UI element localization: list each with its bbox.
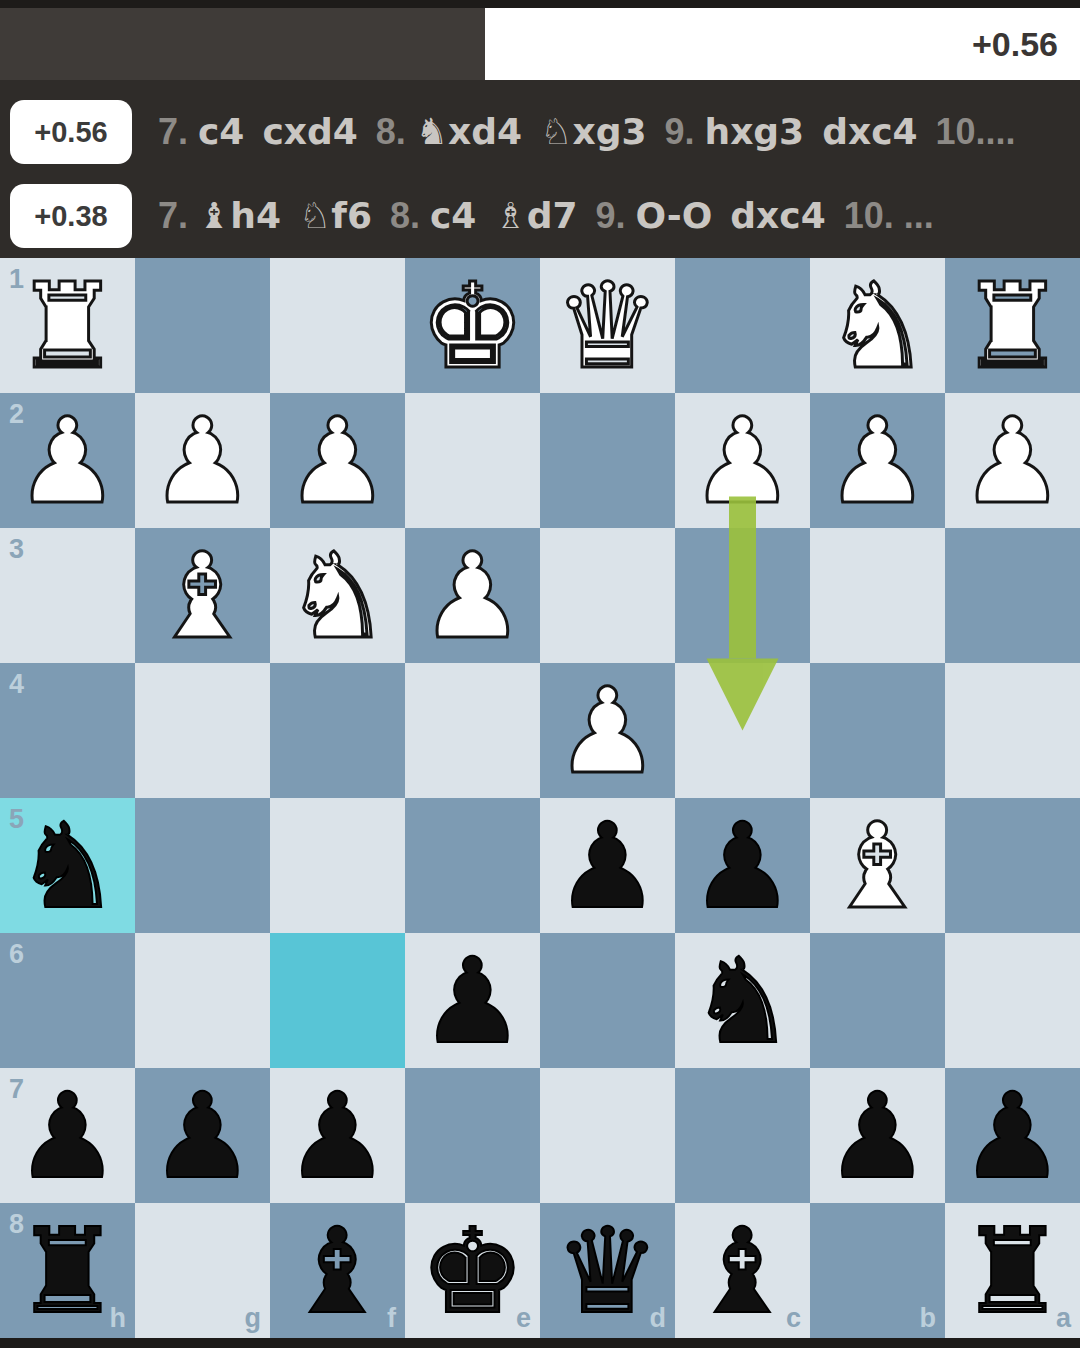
square-e4[interactable] — [405, 663, 540, 798]
white-pawn: ♟ — [945, 393, 1080, 528]
pv-move: c4 — [430, 195, 476, 236]
rank-label-4: 4 — [9, 671, 24, 698]
white-pawn: ♟ — [135, 393, 270, 528]
white-rook: ♜ — [945, 258, 1080, 393]
square-f8[interactable]: f♝ — [270, 1203, 405, 1338]
square-f1[interactable] — [270, 258, 405, 393]
white-pawn: ♟ — [540, 663, 675, 798]
pv-move: O-O — [636, 195, 713, 236]
square-b2[interactable]: ♟ — [810, 393, 945, 528]
square-a1[interactable]: ♜ — [945, 258, 1080, 393]
square-d2[interactable] — [540, 393, 675, 528]
eval-value: +0.56 — [972, 25, 1058, 64]
square-f3[interactable]: ♞ — [270, 528, 405, 663]
analysis-lines: +0.567.c4cxd48.♞xd4♘xg39.hxg3dxc410....+… — [10, 90, 1080, 258]
pv-move: dxc4 — [822, 111, 917, 152]
move-number: 8. — [376, 111, 406, 152]
square-h5[interactable]: 5♞ — [0, 798, 135, 933]
black-pawn: ♟ — [135, 1068, 270, 1203]
move-number: 8. — [390, 195, 420, 236]
square-h8[interactable]: 8h♜ — [0, 1203, 135, 1338]
square-b8[interactable]: b — [810, 1203, 945, 1338]
square-g1[interactable] — [135, 258, 270, 393]
square-c6[interactable]: ♞ — [675, 933, 810, 1068]
square-c3[interactable] — [675, 528, 810, 663]
eval-bar-white-section: +0.56 — [485, 8, 1080, 80]
square-b7[interactable]: ♟ — [810, 1068, 945, 1203]
square-f4[interactable] — [270, 663, 405, 798]
black-queen: ♛ — [540, 1203, 675, 1338]
white-knight: ♞ — [270, 528, 405, 663]
pv-moves: 7.♝h4♘f68.c4♗d79.O-Odxc410. ... — [158, 195, 944, 237]
square-c4[interactable] — [675, 663, 810, 798]
square-e2[interactable] — [405, 393, 540, 528]
black-pawn: ♟ — [540, 798, 675, 933]
black-rook: ♜ — [0, 1203, 135, 1338]
black-bishop: ♝ — [675, 1203, 810, 1338]
rank-label-6: 6 — [9, 941, 24, 968]
square-h4[interactable]: 4 — [0, 663, 135, 798]
square-g2[interactable]: ♟ — [135, 393, 270, 528]
square-c1[interactable] — [675, 258, 810, 393]
black-pawn: ♟ — [270, 1068, 405, 1203]
chess-board: 1♜♚♛♞♜2♟♟♟♟♟♟3♝♞♟4♟5♞♟♟♝6♟♞7♟♟♟♟♟8h♜gf♝e… — [0, 258, 1080, 1338]
pv-move: c4 — [198, 111, 244, 152]
white-pawn: ♟ — [0, 393, 135, 528]
move-number: 7. — [158, 111, 188, 152]
square-h1[interactable]: 1♜ — [0, 258, 135, 393]
file-label-b: b — [920, 1305, 937, 1332]
white-bishop: ♝ — [810, 798, 945, 933]
square-f7[interactable]: ♟ — [270, 1068, 405, 1203]
move-number: 9. — [595, 195, 625, 236]
white-pawn: ♟ — [270, 393, 405, 528]
square-b5[interactable]: ♝ — [810, 798, 945, 933]
pv-move: ♝h4 — [198, 195, 281, 236]
square-h7[interactable]: 7♟ — [0, 1068, 135, 1203]
pv-move: ♘xg3 — [540, 111, 646, 152]
square-d6[interactable] — [540, 933, 675, 1068]
square-c8[interactable]: c♝ — [675, 1203, 810, 1338]
white-knight: ♞ — [810, 258, 945, 393]
black-pawn: ♟ — [810, 1068, 945, 1203]
black-pawn: ♟ — [405, 933, 540, 1068]
top-strip — [0, 0, 1080, 8]
square-e6[interactable]: ♟ — [405, 933, 540, 1068]
white-queen: ♛ — [540, 258, 675, 393]
pv-moves: 7.c4cxd48.♞xd4♘xg39.hxg3dxc410.... — [158, 111, 1026, 153]
eval-badge: +0.38 — [10, 184, 132, 248]
square-h3[interactable]: 3 — [0, 528, 135, 663]
pv-move: cxd4 — [262, 111, 357, 152]
square-g4[interactable] — [135, 663, 270, 798]
white-pawn: ♟ — [675, 393, 810, 528]
square-c5[interactable]: ♟ — [675, 798, 810, 933]
square-d1[interactable]: ♛ — [540, 258, 675, 393]
analysis-line-2[interactable]: +0.387.♝h4♘f68.c4♗d79.O-Odxc410. ... — [10, 174, 1080, 258]
black-rook: ♜ — [945, 1203, 1080, 1338]
square-d4[interactable]: ♟ — [540, 663, 675, 798]
black-bishop: ♝ — [270, 1203, 405, 1338]
square-a6[interactable] — [945, 933, 1080, 1068]
square-b6[interactable] — [810, 933, 945, 1068]
square-d7[interactable] — [540, 1068, 675, 1203]
square-b1[interactable]: ♞ — [810, 258, 945, 393]
square-f5[interactable] — [270, 798, 405, 933]
pv-move: hxg3 — [705, 111, 805, 152]
black-pawn: ♟ — [945, 1068, 1080, 1203]
square-g3[interactable]: ♝ — [135, 528, 270, 663]
square-a2[interactable]: ♟ — [945, 393, 1080, 528]
black-knight: ♞ — [0, 798, 135, 933]
move-number: 10.... — [936, 111, 1016, 152]
bottom-strip — [0, 1338, 1080, 1348]
square-c7[interactable] — [675, 1068, 810, 1203]
square-a5[interactable] — [945, 798, 1080, 933]
white-bishop: ♝ — [135, 528, 270, 663]
square-e7[interactable] — [405, 1068, 540, 1203]
white-rook: ♜ — [0, 258, 135, 393]
pv-move: ♗d7 — [494, 195, 577, 236]
move-number: 10. ... — [844, 195, 934, 236]
analysis-line-1[interactable]: +0.567.c4cxd48.♞xd4♘xg39.hxg3dxc410.... — [10, 90, 1080, 174]
eval-badge: +0.56 — [10, 100, 132, 164]
square-g8[interactable]: g — [135, 1203, 270, 1338]
move-number: 7. — [158, 195, 188, 236]
square-f6[interactable] — [270, 933, 405, 1068]
black-pawn: ♟ — [675, 798, 810, 933]
square-d3[interactable] — [540, 528, 675, 663]
square-b3[interactable] — [810, 528, 945, 663]
rank-label-3: 3 — [9, 536, 24, 563]
file-label-g: g — [245, 1305, 262, 1332]
black-king: ♚ — [405, 1203, 540, 1338]
square-a8[interactable]: a♜ — [945, 1203, 1080, 1338]
square-g7[interactable]: ♟ — [135, 1068, 270, 1203]
square-b4[interactable] — [810, 663, 945, 798]
white-pawn: ♟ — [810, 393, 945, 528]
move-number: 9. — [664, 111, 694, 152]
eval-bar: +0.56 — [0, 8, 1080, 80]
square-e8[interactable]: e♚ — [405, 1203, 540, 1338]
square-a7[interactable]: ♟ — [945, 1068, 1080, 1203]
square-a4[interactable] — [945, 663, 1080, 798]
pv-move: ♞xd4 — [416, 111, 522, 152]
square-d5[interactable]: ♟ — [540, 798, 675, 933]
square-g6[interactable] — [135, 933, 270, 1068]
pv-move: dxc4 — [730, 195, 825, 236]
square-c2[interactable]: ♟ — [675, 393, 810, 528]
square-g5[interactable] — [135, 798, 270, 933]
square-d8[interactable]: d♛ — [540, 1203, 675, 1338]
black-knight: ♞ — [675, 933, 810, 1068]
black-pawn: ♟ — [0, 1068, 135, 1203]
square-h6[interactable]: 6 — [0, 933, 135, 1068]
square-a3[interactable] — [945, 528, 1080, 663]
square-h2[interactable]: 2♟ — [0, 393, 135, 528]
pv-move: ♘f6 — [299, 195, 372, 236]
square-e1[interactable]: ♚ — [405, 258, 540, 393]
white-pawn: ♟ — [405, 528, 540, 663]
square-f2[interactable]: ♟ — [270, 393, 405, 528]
square-e5[interactable] — [405, 798, 540, 933]
white-king: ♚ — [405, 258, 540, 393]
square-e3[interactable]: ♟ — [405, 528, 540, 663]
analysis-panel: +0.567.c4cxd48.♞xd4♘xg39.hxg3dxc410....+… — [0, 80, 1080, 258]
